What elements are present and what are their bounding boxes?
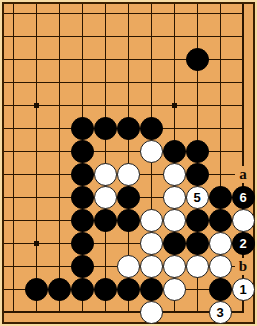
grid-hline (4, 36, 244, 37)
white-stone (140, 301, 163, 324)
black-stone (186, 163, 209, 186)
black-stone (163, 140, 186, 163)
black-stone (117, 278, 140, 301)
black-stone (117, 117, 140, 140)
black-stone (186, 232, 209, 255)
stone-move-6: 6 (232, 186, 255, 209)
black-stone (117, 209, 140, 232)
white-stone (140, 255, 163, 278)
black-stone (71, 163, 94, 186)
go-board-diagram: 56213ab (0, 0, 257, 326)
white-stone (94, 186, 117, 209)
black-stone (94, 209, 117, 232)
black-stone (209, 209, 232, 232)
black-stone (140, 117, 163, 140)
white-stone (163, 209, 186, 232)
black-stone (71, 186, 94, 209)
star-point (34, 241, 39, 246)
black-stone (71, 255, 94, 278)
black-stone (25, 278, 48, 301)
white-stone (140, 140, 163, 163)
white-stone (140, 232, 163, 255)
stone-move-2: 2 (232, 232, 255, 255)
star-point (34, 103, 39, 108)
black-stone (71, 278, 94, 301)
white-stone (94, 163, 117, 186)
stone-move-1: 1 (232, 278, 255, 301)
grid-hline (4, 82, 244, 83)
grid-vline (36, 4, 37, 313)
white-stone (232, 209, 255, 232)
black-stone (186, 140, 209, 163)
black-stone (140, 278, 163, 301)
white-stone (163, 186, 186, 209)
white-stone (186, 255, 209, 278)
black-stone (186, 48, 209, 71)
grid-vline (59, 4, 60, 313)
white-stone (163, 163, 186, 186)
go-board: 56213ab (0, 0, 257, 326)
point-label-a: a (235, 166, 252, 183)
grid-hline (4, 105, 244, 106)
black-stone (71, 117, 94, 140)
star-point (172, 103, 177, 108)
white-stone (140, 209, 163, 232)
black-stone (94, 117, 117, 140)
black-stone (117, 186, 140, 209)
white-stone (209, 255, 232, 278)
grid-hline (4, 13, 244, 14)
grid-vline (105, 4, 106, 313)
black-stone (209, 186, 232, 209)
white-stone (163, 255, 186, 278)
white-stone (163, 278, 186, 301)
stone-move-3: 3 (209, 301, 232, 324)
black-stone (48, 278, 71, 301)
stone-move-5: 5 (186, 186, 209, 209)
white-stone (117, 255, 140, 278)
black-stone (94, 278, 117, 301)
point-label-b: b (235, 258, 252, 275)
black-stone (71, 232, 94, 255)
grid-vline (13, 4, 14, 313)
white-stone (117, 163, 140, 186)
black-stone (186, 209, 209, 232)
black-stone (209, 278, 232, 301)
black-stone (71, 209, 94, 232)
white-stone (209, 232, 232, 255)
black-stone (71, 140, 94, 163)
black-stone (163, 232, 186, 255)
